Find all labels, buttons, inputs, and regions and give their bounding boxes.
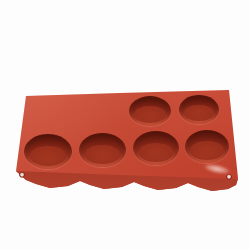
mold-cavity [24, 134, 72, 169]
mold-cavity-floor [184, 105, 214, 122]
mold-cavity-floor [190, 141, 223, 160]
muffin-mold-body [0, 0, 250, 250]
mold-cavity [79, 133, 126, 167]
mold-cavity-floor [134, 106, 166, 123]
hang-hole-right [226, 174, 232, 180]
hang-hole-left [19, 172, 25, 178]
mold-cavity [129, 96, 171, 126]
mold-cavity [133, 131, 179, 165]
mold-cavity [179, 95, 219, 124]
mold-cavity-floor [85, 145, 121, 164]
mold-cavity-floor [30, 146, 67, 166]
mold-cavity-floor [139, 143, 174, 162]
product-photo [0, 0, 250, 250]
mold-cavity [185, 130, 229, 163]
